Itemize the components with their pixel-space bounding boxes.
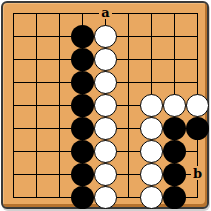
white-stone xyxy=(163,94,186,117)
black-stone xyxy=(163,186,186,209)
black-stone xyxy=(71,71,94,94)
go-diagram: ab xyxy=(0,0,211,211)
white-stone xyxy=(140,163,163,186)
white-stone xyxy=(140,117,163,140)
black-stone xyxy=(71,25,94,48)
white-stone xyxy=(94,186,117,209)
black-stone xyxy=(71,94,94,117)
black-stone xyxy=(71,163,94,186)
black-stone xyxy=(163,117,186,140)
white-stone xyxy=(140,94,163,117)
white-stone xyxy=(94,71,117,94)
white-stone xyxy=(140,186,163,209)
white-stone xyxy=(94,94,117,117)
black-stone xyxy=(71,186,94,209)
black-stone xyxy=(71,117,94,140)
black-stone xyxy=(71,140,94,163)
black-stone xyxy=(186,117,209,140)
white-stone xyxy=(94,48,117,71)
white-stone xyxy=(94,25,117,48)
white-stone xyxy=(186,94,209,117)
white-stone xyxy=(94,163,117,186)
black-stone xyxy=(163,140,186,163)
point-label-b: b xyxy=(191,166,204,180)
point-label-a: a xyxy=(99,5,112,19)
white-stone xyxy=(94,140,117,163)
white-stone xyxy=(94,117,117,140)
white-stone xyxy=(140,140,163,163)
black-stone xyxy=(71,48,94,71)
black-stone xyxy=(163,163,186,186)
